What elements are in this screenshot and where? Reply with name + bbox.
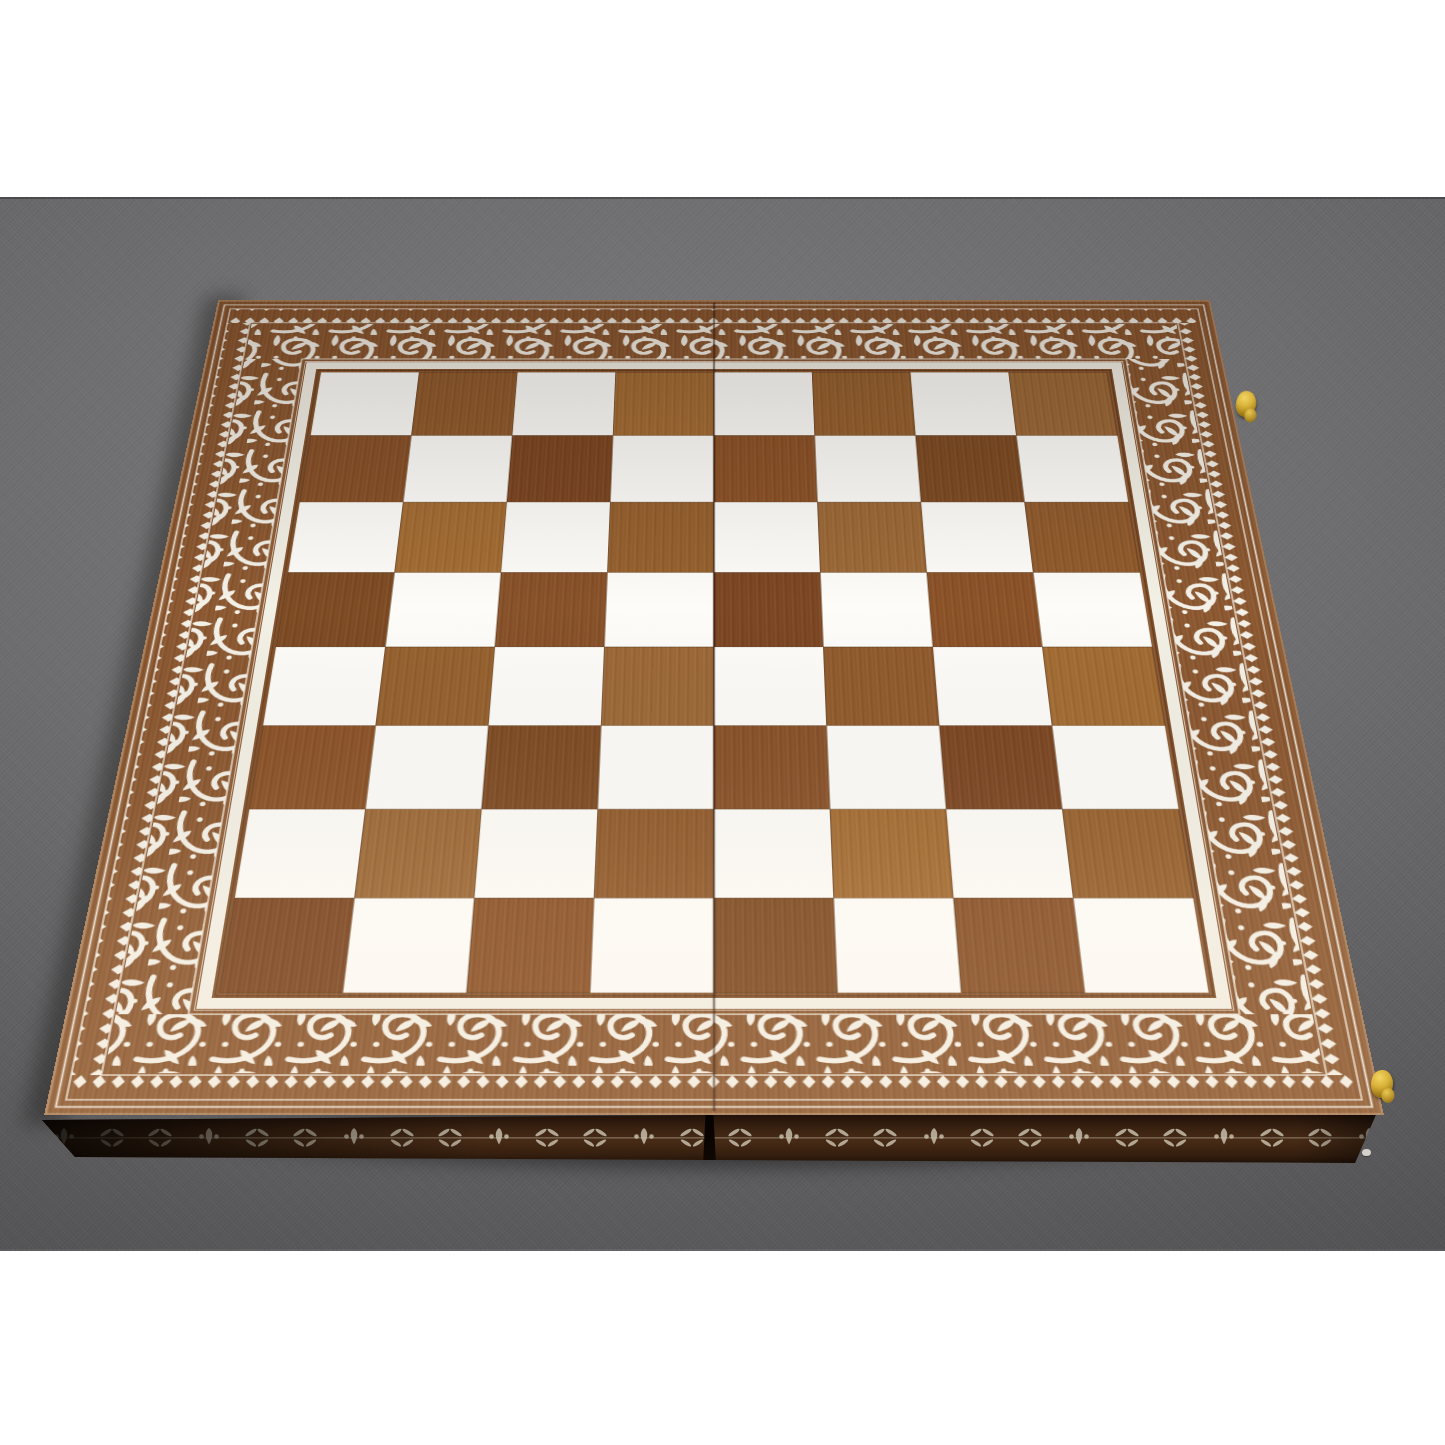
chess-board-top bbox=[44, 300, 1384, 1115]
chess-board bbox=[44, 300, 1384, 1115]
debris-speck bbox=[1362, 1149, 1371, 1156]
product-photo-page bbox=[0, 0, 1445, 1445]
